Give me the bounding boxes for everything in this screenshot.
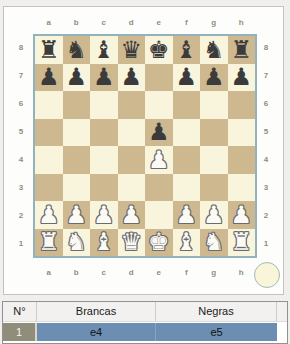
coordinate-label: 8 <box>258 34 274 62</box>
square-d1[interactable]: ♛ <box>118 229 146 257</box>
square-d8[interactable]: ♛ <box>118 36 146 64</box>
white-rook: ♜ <box>38 230 60 254</box>
square-h1[interactable]: ♜ <box>228 229 256 257</box>
square-c2[interactable]: ♟ <box>90 201 118 229</box>
coordinate-label: h <box>228 17 256 29</box>
square-g3[interactable] <box>200 174 228 202</box>
coordinate-label: 4 <box>13 146 29 174</box>
square-c3[interactable] <box>90 174 118 202</box>
coordinate-label: c <box>90 267 118 279</box>
move-list-table: N° Brancas Negras 1 e4 e5 <box>2 301 288 344</box>
column-header-black-moves[interactable]: Negras <box>156 302 277 321</box>
black-knight: ♞ <box>203 38 225 62</box>
coordinate-label: g <box>200 17 228 29</box>
coordinate-label: e <box>145 267 173 279</box>
black-pawn: ♟ <box>230 65 252 89</box>
white-pawn: ♟ <box>203 203 225 227</box>
black-bishop: ♝ <box>175 38 197 62</box>
coordinate-label: 1 <box>13 230 29 258</box>
coordinate-label: 1 <box>258 230 274 258</box>
coordinate-label: 2 <box>13 202 29 230</box>
white-move-cell[interactable]: e4 <box>37 323 156 341</box>
black-pawn: ♟ <box>203 65 225 89</box>
rank-labels-left: 87654321 <box>13 34 29 258</box>
square-d5[interactable] <box>118 119 146 147</box>
square-d2[interactable]: ♟ <box>118 201 146 229</box>
white-rook: ♜ <box>230 230 252 254</box>
side-to-move-indicator <box>254 262 280 288</box>
file-labels-top: abcdefgh <box>35 17 255 29</box>
black-pawn: ♟ <box>65 65 87 89</box>
square-a2[interactable]: ♟ <box>35 201 63 229</box>
coordinate-label: b <box>63 17 91 29</box>
square-e5[interactable]: ♟ <box>145 119 173 147</box>
square-g5[interactable] <box>200 119 228 147</box>
white-pawn: ♟ <box>175 203 197 227</box>
black-rook: ♜ <box>230 38 252 62</box>
square-b6[interactable] <box>63 91 91 119</box>
square-c1[interactable]: ♝ <box>90 229 118 257</box>
coordinate-label: d <box>118 17 146 29</box>
coordinate-label: 6 <box>258 90 274 118</box>
coordinate-label: e <box>145 17 173 29</box>
square-f8[interactable]: ♝ <box>173 36 201 64</box>
square-g4[interactable] <box>200 146 228 174</box>
square-a7[interactable]: ♟ <box>35 64 63 92</box>
coordinate-label: 7 <box>13 62 29 90</box>
chess-app-window: abcdefgh 87654321 ♜♞♝♛♚♝♞♜♟♟♟♟♟♟♟♟♟♟♟♟♟♟… <box>0 0 290 344</box>
coordinate-label: b <box>63 267 91 279</box>
black-pawn: ♟ <box>38 65 60 89</box>
square-b1[interactable]: ♞ <box>63 229 91 257</box>
white-queen: ♛ <box>120 230 142 254</box>
square-f1[interactable]: ♝ <box>173 229 201 257</box>
square-e2[interactable] <box>145 201 173 229</box>
square-a3[interactable] <box>35 174 63 202</box>
move-row-1: 1 e4 e5 <box>3 323 287 342</box>
move-number-cell: 1 <box>3 323 37 341</box>
coordinate-label: 7 <box>258 62 274 90</box>
coordinate-label: h <box>228 267 256 279</box>
square-b7[interactable]: ♟ <box>63 64 91 92</box>
white-bishop: ♝ <box>93 230 115 254</box>
black-pawn: ♟ <box>93 65 115 89</box>
white-pawn: ♟ <box>230 203 252 227</box>
coordinate-label: 5 <box>13 118 29 146</box>
black-queen: ♛ <box>120 38 142 62</box>
square-h4[interactable] <box>228 146 256 174</box>
square-d4[interactable] <box>118 146 146 174</box>
coordinate-label: f <box>173 267 201 279</box>
square-h3[interactable] <box>228 174 256 202</box>
black-pawn: ♟ <box>120 65 142 89</box>
square-g6[interactable] <box>200 91 228 119</box>
square-a8[interactable]: ♜ <box>35 36 63 64</box>
square-h8[interactable]: ♜ <box>228 36 256 64</box>
square-c4[interactable] <box>90 146 118 174</box>
square-g8[interactable]: ♞ <box>200 36 228 64</box>
square-g1[interactable]: ♞ <box>200 229 228 257</box>
square-d7[interactable]: ♟ <box>118 64 146 92</box>
square-f7[interactable]: ♟ <box>173 64 201 92</box>
square-b5[interactable] <box>63 119 91 147</box>
square-b3[interactable] <box>63 174 91 202</box>
file-labels-bottom: abcdefgh <box>35 267 255 279</box>
square-a5[interactable] <box>35 119 63 147</box>
black-move-cell[interactable]: e5 <box>156 323 277 341</box>
coordinate-label: g <box>200 267 228 279</box>
white-pawn: ♟ <box>120 203 142 227</box>
white-pawn: ♟ <box>93 203 115 227</box>
rank-labels-right: 87654321 <box>258 34 274 258</box>
square-h2[interactable]: ♟ <box>228 201 256 229</box>
coordinate-label: f <box>173 17 201 29</box>
black-pawn: ♟ <box>175 65 197 89</box>
white-knight: ♞ <box>65 230 87 254</box>
coordinate-label: 3 <box>258 174 274 202</box>
square-c5[interactable] <box>90 119 118 147</box>
square-f6[interactable] <box>173 91 201 119</box>
square-d3[interactable] <box>118 174 146 202</box>
row-stub <box>277 323 287 341</box>
square-e8[interactable]: ♚ <box>145 36 173 64</box>
square-g2[interactable]: ♟ <box>200 201 228 229</box>
square-a1[interactable]: ♜ <box>35 229 63 257</box>
square-a6[interactable] <box>35 91 63 119</box>
column-header-stub <box>277 302 287 321</box>
board-panel: abcdefgh 87654321 ♜♞♝♛♚♝♞♜♟♟♟♟♟♟♟♟♟♟♟♟♟♟… <box>3 6 284 295</box>
square-h6[interactable] <box>228 91 256 119</box>
black-bishop: ♝ <box>93 38 115 62</box>
black-king: ♚ <box>148 38 170 62</box>
coordinate-label: 6 <box>13 90 29 118</box>
coordinate-label: 8 <box>13 34 29 62</box>
coordinate-label: a <box>35 17 63 29</box>
coordinate-label: c <box>90 17 118 29</box>
black-knight: ♞ <box>65 38 87 62</box>
square-b8[interactable]: ♞ <box>63 36 91 64</box>
white-bishop: ♝ <box>175 230 197 254</box>
white-king: ♚ <box>148 230 170 254</box>
square-f2[interactable]: ♟ <box>173 201 201 229</box>
square-e7[interactable] <box>145 64 173 92</box>
coordinate-label: 5 <box>258 118 274 146</box>
coordinate-label: d <box>118 267 146 279</box>
coordinate-label: a <box>35 267 63 279</box>
square-h5[interactable] <box>228 119 256 147</box>
move-table-header: N° Brancas Negras <box>3 302 287 322</box>
square-h7[interactable]: ♟ <box>228 64 256 92</box>
black-pawn: ♟ <box>148 120 170 144</box>
square-e4[interactable]: ♟ <box>145 146 173 174</box>
square-e6[interactable] <box>145 91 173 119</box>
square-f4[interactable] <box>173 146 201 174</box>
coordinate-label: 3 <box>13 174 29 202</box>
coordinate-label: 2 <box>258 202 274 230</box>
square-g7[interactable]: ♟ <box>200 64 228 92</box>
square-f5[interactable] <box>173 119 201 147</box>
square-b4[interactable] <box>63 146 91 174</box>
black-rook: ♜ <box>38 38 60 62</box>
white-knight: ♞ <box>203 230 225 254</box>
square-e3[interactable] <box>145 174 173 202</box>
white-pawn: ♟ <box>148 148 170 172</box>
square-a4[interactable] <box>35 146 63 174</box>
column-header-move-number[interactable]: N° <box>3 302 37 321</box>
square-f3[interactable] <box>173 174 201 202</box>
square-c8[interactable]: ♝ <box>90 36 118 64</box>
square-b2[interactable]: ♟ <box>63 201 91 229</box>
board: ♜♞♝♛♚♝♞♜♟♟♟♟♟♟♟♟♟♟♟♟♟♟♟♟♜♞♝♛♚♝♞♜ <box>33 34 257 258</box>
white-pawn: ♟ <box>65 203 87 227</box>
square-c6[interactable] <box>90 91 118 119</box>
column-header-white-moves[interactable]: Brancas <box>37 302 156 321</box>
square-e1[interactable]: ♚ <box>145 229 173 257</box>
square-d6[interactable] <box>118 91 146 119</box>
coordinate-label: 4 <box>258 146 274 174</box>
white-pawn: ♟ <box>38 203 60 227</box>
square-c7[interactable]: ♟ <box>90 64 118 92</box>
